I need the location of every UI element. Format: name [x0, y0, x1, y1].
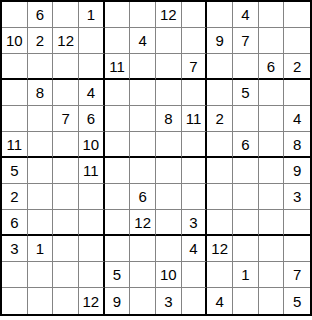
cell-r6c3[interactable]	[53, 132, 79, 158]
cell-r12c4[interactable]: 12	[79, 288, 105, 314]
cell-r6c8[interactable]	[182, 132, 208, 158]
cell-r12c8[interactable]	[182, 288, 208, 314]
cell-r5c11[interactable]	[259, 106, 285, 132]
cell-r8c10[interactable]	[233, 184, 259, 210]
cell-r11c12[interactable]: 7	[284, 262, 310, 288]
cell-r10c2[interactable]: 1	[28, 236, 54, 262]
cell-r1c10[interactable]: 4	[233, 2, 259, 28]
cell-r11c9[interactable]	[207, 262, 233, 288]
cell-r2c3[interactable]: 12	[53, 28, 79, 54]
cell-r4c7[interactable]	[156, 80, 182, 106]
cell-r4c9[interactable]	[207, 80, 233, 106]
cell-r3c6[interactable]	[130, 54, 156, 80]
cell-r1c6[interactable]	[130, 2, 156, 28]
cell-r4c6[interactable]	[130, 80, 156, 106]
cell-r6c11[interactable]	[259, 132, 285, 158]
cell-r5c10[interactable]	[233, 106, 259, 132]
cell-r12c3[interactable]	[53, 288, 79, 314]
cell-r11c11[interactable]	[259, 262, 285, 288]
cell-r12c12[interactable]: 5	[284, 288, 310, 314]
cell-r7c12[interactable]: 9	[284, 158, 310, 184]
cell-r1c12[interactable]	[284, 2, 310, 28]
cell-r12c2[interactable]	[28, 288, 54, 314]
cell-r9c9[interactable]	[207, 210, 233, 236]
cell-r1c4[interactable]: 1	[79, 2, 105, 28]
cell-r2c7[interactable]	[156, 28, 182, 54]
cell-r10c5[interactable]	[105, 236, 131, 262]
cell-r5c8[interactable]: 11	[182, 106, 208, 132]
cell-r2c1[interactable]: 10	[2, 28, 28, 54]
cell-r10c10[interactable]	[233, 236, 259, 262]
cell-r9c11[interactable]	[259, 210, 285, 236]
cell-r3c1[interactable]	[2, 54, 28, 80]
cell-r1c7[interactable]: 12	[156, 2, 182, 28]
cell-r6c12[interactable]: 8	[284, 132, 310, 158]
cell-r10c7[interactable]	[156, 236, 182, 262]
cell-r8c12[interactable]: 3	[284, 184, 310, 210]
cell-r3c4[interactable]	[79, 54, 105, 80]
cell-r1c2[interactable]: 6	[28, 2, 54, 28]
cell-r4c8[interactable]	[182, 80, 208, 106]
cell-r6c5[interactable]	[105, 132, 131, 158]
cell-r5c9[interactable]: 2	[207, 106, 233, 132]
cell-r11c1[interactable]	[2, 262, 28, 288]
cell-r7c5[interactable]	[105, 158, 131, 184]
cell-r5c4[interactable]: 6	[79, 106, 105, 132]
cell-r4c12[interactable]	[284, 80, 310, 106]
cell-r9c8[interactable]: 3	[182, 210, 208, 236]
cell-r7c7[interactable]	[156, 158, 182, 184]
cell-r6c4[interactable]: 10	[79, 132, 105, 158]
cell-r2c6[interactable]: 4	[130, 28, 156, 54]
cell-r2c8[interactable]	[182, 28, 208, 54]
cell-r2c4[interactable]	[79, 28, 105, 54]
cell-r2c10[interactable]: 7	[233, 28, 259, 54]
cell-r4c1[interactable]	[2, 80, 28, 106]
cell-r12c11[interactable]	[259, 288, 285, 314]
cell-r9c5[interactable]	[105, 210, 131, 236]
cell-r5c3[interactable]: 7	[53, 106, 79, 132]
cell-r2c5[interactable]	[105, 28, 131, 54]
cell-r11c7[interactable]: 10	[156, 262, 182, 288]
cell-r9c2[interactable]	[28, 210, 54, 236]
cell-r1c8[interactable]	[182, 2, 208, 28]
cell-r11c6[interactable]	[130, 262, 156, 288]
cell-r3c8[interactable]: 7	[182, 54, 208, 80]
cell-r7c11[interactable]	[259, 158, 285, 184]
cell-r8c7[interactable]	[156, 184, 182, 210]
cell-r8c5[interactable]	[105, 184, 131, 210]
cell-r9c3[interactable]	[53, 210, 79, 236]
cell-r4c4[interactable]: 4	[79, 80, 105, 106]
cell-r3c10[interactable]	[233, 54, 259, 80]
cell-r7c6[interactable]	[130, 158, 156, 184]
cell-r3c12[interactable]: 2	[284, 54, 310, 80]
cell-r6c6[interactable]	[130, 132, 156, 158]
cell-r3c9[interactable]	[207, 54, 233, 80]
cell-r10c1[interactable]: 3	[2, 236, 28, 262]
cell-r7c4[interactable]: 11	[79, 158, 105, 184]
cell-r3c7[interactable]	[156, 54, 182, 80]
cell-r3c11[interactable]: 6	[259, 54, 285, 80]
cell-r3c3[interactable]	[53, 54, 79, 80]
cell-r10c6[interactable]	[130, 236, 156, 262]
cell-r3c2[interactable]	[28, 54, 54, 80]
cell-r8c4[interactable]	[79, 184, 105, 210]
cell-r4c5[interactable]	[105, 80, 131, 106]
cell-r11c5[interactable]: 5	[105, 262, 131, 288]
sudoku-board: 6112410212497117628457681124111068511926…	[0, 0, 312, 316]
cell-r6c7[interactable]	[156, 132, 182, 158]
cell-r4c3[interactable]	[53, 80, 79, 106]
cell-r9c12[interactable]	[284, 210, 310, 236]
cell-r11c2[interactable]	[28, 262, 54, 288]
cell-r12c5[interactable]: 9	[105, 288, 131, 314]
cell-r9c6[interactable]: 12	[130, 210, 156, 236]
cell-r2c11[interactable]	[259, 28, 285, 54]
cell-r7c8[interactable]	[182, 158, 208, 184]
cell-r10c4[interactable]	[79, 236, 105, 262]
cell-r7c1[interactable]: 5	[2, 158, 28, 184]
cell-r7c2[interactable]	[28, 158, 54, 184]
cell-r10c3[interactable]	[53, 236, 79, 262]
cell-r3c5[interactable]: 11	[105, 54, 131, 80]
cell-r8c8[interactable]	[182, 184, 208, 210]
cell-r4c11[interactable]	[259, 80, 285, 106]
cell-r6c9[interactable]	[207, 132, 233, 158]
cell-r12c1[interactable]	[2, 288, 28, 314]
cell-r5c2[interactable]	[28, 106, 54, 132]
cell-r5c12[interactable]: 4	[284, 106, 310, 132]
cell-r9c7[interactable]	[156, 210, 182, 236]
cell-r7c10[interactable]	[233, 158, 259, 184]
cell-r1c11[interactable]	[259, 2, 285, 28]
cell-r11c4[interactable]	[79, 262, 105, 288]
cell-r12c10[interactable]	[233, 288, 259, 314]
cell-r8c1[interactable]: 2	[2, 184, 28, 210]
cell-r10c12[interactable]	[284, 236, 310, 262]
cell-r9c1[interactable]: 6	[2, 210, 28, 236]
cell-r10c8[interactable]: 4	[182, 236, 208, 262]
cell-r8c2[interactable]	[28, 184, 54, 210]
cell-r12c6[interactable]	[130, 288, 156, 314]
cell-r1c5[interactable]	[105, 2, 131, 28]
cell-r8c9[interactable]	[207, 184, 233, 210]
cell-r2c12[interactable]	[284, 28, 310, 54]
cell-r11c10[interactable]: 1	[233, 262, 259, 288]
cell-r2c9[interactable]: 9	[207, 28, 233, 54]
cell-r11c8[interactable]	[182, 262, 208, 288]
cell-r1c9[interactable]	[207, 2, 233, 28]
cell-r11c3[interactable]	[53, 262, 79, 288]
cell-r7c9[interactable]	[207, 158, 233, 184]
cell-r12c9[interactable]: 4	[207, 288, 233, 314]
cell-r7c3[interactable]	[53, 158, 79, 184]
cell-r4c10[interactable]: 5	[233, 80, 259, 106]
cell-r1c1[interactable]	[2, 2, 28, 28]
cell-r6c1[interactable]: 11	[2, 132, 28, 158]
cell-r9c10[interactable]	[233, 210, 259, 236]
cell-r8c6[interactable]: 6	[130, 184, 156, 210]
cell-r5c7[interactable]: 8	[156, 106, 182, 132]
cell-r9c4[interactable]	[79, 210, 105, 236]
cell-r2c2[interactable]: 2	[28, 28, 54, 54]
cell-r12c7[interactable]: 3	[156, 288, 182, 314]
cell-r10c11[interactable]	[259, 236, 285, 262]
cell-r5c5[interactable]	[105, 106, 131, 132]
cell-r4c2[interactable]: 8	[28, 80, 54, 106]
cell-r1c3[interactable]	[53, 2, 79, 28]
cell-r6c2[interactable]	[28, 132, 54, 158]
cell-r8c3[interactable]	[53, 184, 79, 210]
cell-r5c6[interactable]	[130, 106, 156, 132]
cell-r8c11[interactable]	[259, 184, 285, 210]
cell-r10c9[interactable]: 12	[207, 236, 233, 262]
cell-r5c1[interactable]	[2, 106, 28, 132]
cell-r6c10[interactable]: 6	[233, 132, 259, 158]
